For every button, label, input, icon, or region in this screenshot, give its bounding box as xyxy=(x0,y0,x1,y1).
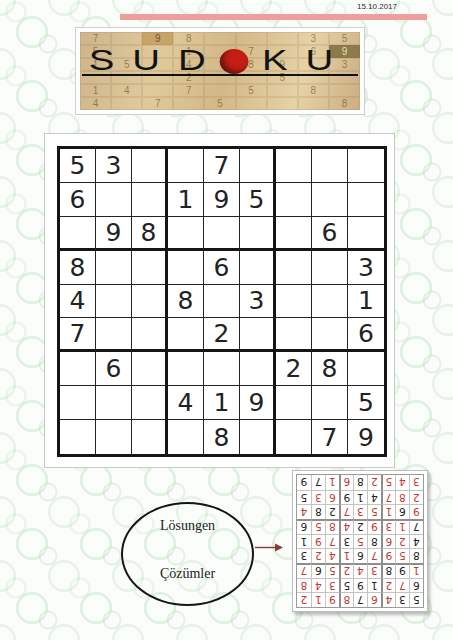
cell-r7c7: 2 xyxy=(276,352,312,386)
cell-r8c7 xyxy=(276,386,312,420)
logo-red-o-icon xyxy=(220,49,249,74)
cell-r2c9 xyxy=(348,183,384,217)
sol-cell-r2c1: 6 xyxy=(409,578,423,593)
sol-cell-r3c8: 6 xyxy=(311,563,325,578)
cell-r4c4 xyxy=(168,251,204,285)
cell-r6c3 xyxy=(132,318,168,352)
logo-wood-cell: 7 xyxy=(173,84,204,97)
callout-line-german: Lösungen xyxy=(123,518,252,534)
sol-cell-r3c1: 1 xyxy=(409,563,423,578)
cell-r9c3 xyxy=(132,420,168,454)
sol-cell-r8c4: 4 xyxy=(367,490,381,505)
cell-r8c5: 1 xyxy=(204,386,240,420)
sol-cell-r4c4: 7 xyxy=(367,548,381,563)
cell-r3c2: 9 xyxy=(96,217,132,251)
cell-r3c9 xyxy=(348,217,384,251)
cell-r1c8 xyxy=(312,149,348,183)
callout-arrow-icon xyxy=(254,541,284,554)
sol-cell-r6c6: 4 xyxy=(339,519,353,534)
cell-r5c7 xyxy=(276,285,312,319)
cell-r2c2 xyxy=(96,183,132,217)
cell-r8c1 xyxy=(60,386,96,420)
logo-wood-cell xyxy=(204,84,235,97)
sol-cell-r4c8: 2 xyxy=(311,548,325,563)
cell-r9c6 xyxy=(240,420,276,454)
sol-cell-r1c7: 9 xyxy=(325,592,339,607)
cell-r4c7 xyxy=(276,251,312,285)
cell-r7c2: 6 xyxy=(96,352,132,386)
cell-r1c2: 3 xyxy=(96,149,132,183)
sol-cell-r3c5: 4 xyxy=(353,563,367,578)
cell-r7c4 xyxy=(168,352,204,386)
sol-cell-r5c6: 3 xyxy=(339,534,353,549)
sol-cell-r5c5: 5 xyxy=(353,534,367,549)
sol-cell-r7c3: 1 xyxy=(381,504,395,519)
sol-cell-r8c2: 8 xyxy=(395,490,409,505)
sol-cell-r4c7: 4 xyxy=(325,548,339,563)
sol-cell-r6c9: 6 xyxy=(297,519,311,534)
logo-wood-cell: 4 xyxy=(111,84,142,97)
logo-title-right: KU xyxy=(262,45,351,75)
sol-cell-r7c4: 5 xyxy=(367,504,381,519)
sol-cell-r7c1: 9 xyxy=(409,504,423,519)
sol-cell-r6c4: 9 xyxy=(367,519,381,534)
sol-cell-r5c7: 7 xyxy=(325,534,339,549)
cell-r3c5 xyxy=(204,217,240,251)
callout-line-turkish: Çözümler xyxy=(123,566,252,582)
sol-cell-r4c2: 5 xyxy=(395,548,409,563)
cell-r2c7 xyxy=(276,183,312,217)
cell-r8c9: 5 xyxy=(348,386,384,420)
sol-cell-r3c6: 2 xyxy=(339,563,353,578)
logo-wood-cell xyxy=(142,84,173,97)
sol-cell-r4c9: 3 xyxy=(297,548,311,563)
cell-r5c1: 4 xyxy=(60,285,96,319)
sol-cell-r3c4: 3 xyxy=(367,563,381,578)
page-date: 15.10.2017 xyxy=(357,2,397,11)
sol-cell-r1c8: 1 xyxy=(311,592,325,607)
sol-cell-r1c6: 8 xyxy=(339,592,353,607)
sol-cell-r8c3: 7 xyxy=(381,490,395,505)
sol-cell-r1c5: 7 xyxy=(353,592,367,607)
sol-cell-r7c5: 3 xyxy=(353,504,367,519)
logo-underline xyxy=(82,74,358,76)
sudoku-logo: 798355176915489325147584758869147 SUD KU xyxy=(75,27,365,115)
solution-image: 5346789126721953481983425678597614234268… xyxy=(292,470,428,612)
puzzle-image: 537619598686348317266284195879 xyxy=(44,133,395,468)
cell-r6c1: 7 xyxy=(60,318,96,352)
cell-r3c8: 6 xyxy=(312,217,348,251)
cell-r8c3 xyxy=(132,386,168,420)
cell-r4c5: 6 xyxy=(204,251,240,285)
cell-r8c2 xyxy=(96,386,132,420)
sol-cell-r9c4: 2 xyxy=(367,475,381,490)
sol-cell-r2c3: 2 xyxy=(381,578,395,593)
sol-cell-r6c3: 3 xyxy=(381,519,395,534)
solutions-callout: Lösungen Çözümler xyxy=(121,502,254,606)
sol-cell-r3c2: 9 xyxy=(395,563,409,578)
cell-r6c5: 2 xyxy=(204,318,240,352)
logo-title-left: SUD xyxy=(89,45,224,75)
sol-cell-r2c8: 4 xyxy=(311,578,325,593)
cell-r9c4 xyxy=(168,420,204,454)
sol-cell-r9c6: 6 xyxy=(339,475,353,490)
cell-r8c6: 9 xyxy=(240,386,276,420)
sudoku-logo-image: 798355176915489325147584758869147 SUD KU xyxy=(80,32,360,110)
cell-r2c8 xyxy=(312,183,348,217)
sol-cell-r5c2: 2 xyxy=(395,534,409,549)
sol-cell-r1c2: 3 xyxy=(395,592,409,607)
sol-cell-r9c5: 8 xyxy=(353,475,367,490)
cell-r3c6 xyxy=(240,217,276,251)
cell-r5c6: 3 xyxy=(240,285,276,319)
logo-wood-cell xyxy=(236,97,267,110)
cell-r1c9 xyxy=(348,149,384,183)
cell-r4c9: 3 xyxy=(348,251,384,285)
cell-r7c6 xyxy=(240,352,276,386)
cell-r2c1: 6 xyxy=(60,183,96,217)
logo-wood-cell xyxy=(329,84,360,97)
sol-cell-r4c5: 6 xyxy=(353,548,367,563)
sol-cell-r1c4: 6 xyxy=(367,592,381,607)
sol-cell-r3c7: 5 xyxy=(325,563,339,578)
sol-cell-r7c6: 7 xyxy=(339,504,353,519)
sol-cell-r2c7: 3 xyxy=(325,578,339,593)
cell-r7c5 xyxy=(204,352,240,386)
logo-wood-cell: 8 xyxy=(298,84,329,97)
cell-r4c8 xyxy=(312,251,348,285)
sol-cell-r9c7: 1 xyxy=(325,475,339,490)
sol-cell-r2c6: 5 xyxy=(339,578,353,593)
cell-r5c9: 1 xyxy=(348,285,384,319)
sol-cell-r2c2: 7 xyxy=(395,578,409,593)
cell-r7c9 xyxy=(348,352,384,386)
sol-cell-r4c1: 8 xyxy=(409,548,423,563)
logo-wood-cell: 4 xyxy=(80,97,111,110)
logo-wood-cell: 8 xyxy=(329,97,360,110)
sol-cell-r1c3: 4 xyxy=(381,592,395,607)
sol-cell-r6c8: 5 xyxy=(311,519,325,534)
logo-wood-cell: 5 xyxy=(236,84,267,97)
sol-cell-r7c9: 4 xyxy=(297,504,311,519)
sol-cell-r8c1: 2 xyxy=(409,490,423,505)
sol-cell-r9c9: 9 xyxy=(297,475,311,490)
sol-cell-r7c7: 2 xyxy=(325,504,339,519)
cell-r9c9: 9 xyxy=(348,420,384,454)
document-page: 15.10.2017 79835517691548932514758475886… xyxy=(0,0,453,640)
header-bar xyxy=(120,14,427,20)
cell-r2c5: 9 xyxy=(204,183,240,217)
cell-r9c2 xyxy=(96,420,132,454)
sol-cell-r7c2: 6 xyxy=(395,504,409,519)
cell-r4c2 xyxy=(96,251,132,285)
cell-r1c5: 7 xyxy=(204,149,240,183)
cell-r5c4: 8 xyxy=(168,285,204,319)
logo-wood-cell xyxy=(267,84,298,97)
sol-cell-r8c7: 6 xyxy=(325,490,339,505)
cell-r4c1: 8 xyxy=(60,251,96,285)
logo-wood-cell xyxy=(173,97,204,110)
cell-r7c1 xyxy=(60,352,96,386)
cell-r7c8: 8 xyxy=(312,352,348,386)
logo-wood-cell xyxy=(298,97,329,110)
cell-r5c5 xyxy=(204,285,240,319)
cell-r4c6 xyxy=(240,251,276,285)
cell-r9c1 xyxy=(60,420,96,454)
logo-title: SUD KU xyxy=(80,45,360,75)
sol-cell-r9c1: 3 xyxy=(409,475,423,490)
cell-r5c2 xyxy=(96,285,132,319)
solution-grid: 5346789126721953481983425678597614234268… xyxy=(296,474,424,608)
sol-cell-r5c3: 6 xyxy=(381,534,395,549)
sol-cell-r8c8: 3 xyxy=(311,490,325,505)
sol-cell-r5c8: 9 xyxy=(311,534,325,549)
cell-r8c4: 4 xyxy=(168,386,204,420)
sol-cell-r3c3: 8 xyxy=(381,563,395,578)
cell-r2c4: 1 xyxy=(168,183,204,217)
cell-r3c3: 8 xyxy=(132,217,168,251)
sol-cell-r4c3: 9 xyxy=(381,548,395,563)
cell-r2c3 xyxy=(132,183,168,217)
sol-cell-r9c3: 5 xyxy=(381,475,395,490)
cell-r1c6 xyxy=(240,149,276,183)
sol-cell-r2c9: 8 xyxy=(297,578,311,593)
sol-cell-r5c4: 8 xyxy=(367,534,381,549)
logo-wood-cell: 7 xyxy=(142,97,173,110)
cell-r3c7 xyxy=(276,217,312,251)
cell-r4c3 xyxy=(132,251,168,285)
cell-r1c7 xyxy=(276,149,312,183)
cell-r9c7 xyxy=(276,420,312,454)
logo-wood-cell xyxy=(267,97,298,110)
cell-r5c8 xyxy=(312,285,348,319)
cell-r6c8 xyxy=(312,318,348,352)
cell-r5c3 xyxy=(132,285,168,319)
cell-r2c6: 5 xyxy=(240,183,276,217)
sol-cell-r8c9: 5 xyxy=(297,490,311,505)
logo-wood-cell: 5 xyxy=(204,97,235,110)
cell-r6c6 xyxy=(240,318,276,352)
sol-cell-r7c8: 8 xyxy=(311,504,325,519)
cell-r1c4 xyxy=(168,149,204,183)
cell-r6c2 xyxy=(96,318,132,352)
sol-cell-r5c9: 1 xyxy=(297,534,311,549)
logo-wood-cell xyxy=(111,97,142,110)
sol-cell-r9c2: 4 xyxy=(395,475,409,490)
sol-cell-r5c1: 4 xyxy=(409,534,423,549)
cell-r6c7 xyxy=(276,318,312,352)
sol-cell-r8c5: 1 xyxy=(353,490,367,505)
sol-cell-r9c8: 7 xyxy=(311,475,325,490)
cell-r3c1 xyxy=(60,217,96,251)
sol-cell-r6c1: 7 xyxy=(409,519,423,534)
sol-cell-r4c6: 1 xyxy=(339,548,353,563)
cell-r6c9: 6 xyxy=(348,318,384,352)
sol-cell-r2c4: 1 xyxy=(367,578,381,593)
sol-cell-r6c5: 2 xyxy=(353,519,367,534)
cell-r7c3 xyxy=(132,352,168,386)
cell-r3c4 xyxy=(168,217,204,251)
cell-r6c4 xyxy=(168,318,204,352)
sol-cell-r2c5: 9 xyxy=(353,578,367,593)
cell-r8c8 xyxy=(312,386,348,420)
sol-cell-r8c6: 9 xyxy=(339,490,353,505)
cell-r1c1: 5 xyxy=(60,149,96,183)
sol-cell-r3c9: 7 xyxy=(297,563,311,578)
cell-r9c8: 7 xyxy=(312,420,348,454)
main-sudoku-grid: 537619598686348317266284195879 xyxy=(57,146,387,457)
sol-cell-r1c1: 5 xyxy=(409,592,423,607)
cell-r9c5: 8 xyxy=(204,420,240,454)
sol-cell-r1c9: 2 xyxy=(297,592,311,607)
logo-wood-cell: 1 xyxy=(80,84,111,97)
cell-r1c3 xyxy=(132,149,168,183)
sol-cell-r6c7: 8 xyxy=(325,519,339,534)
sol-cell-r6c2: 1 xyxy=(395,519,409,534)
